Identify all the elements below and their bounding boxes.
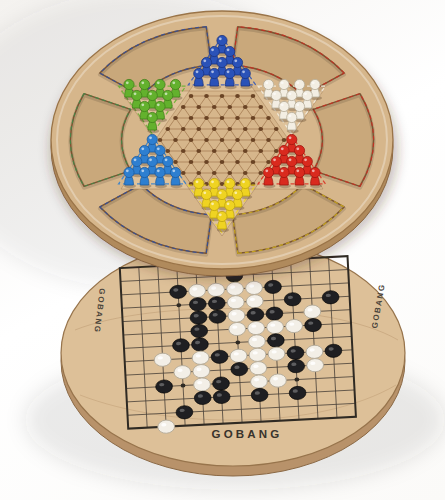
- stone-white[interactable]: [227, 295, 244, 309]
- stone-white[interactable]: [246, 294, 263, 308]
- board-hole[interactable]: [227, 105, 232, 109]
- board-hole[interactable]: [282, 138, 287, 142]
- peg-head: [217, 35, 227, 45]
- game-set-illustration: GOBANG GOBANG GOBANG: [0, 0, 445, 500]
- board-hole[interactable]: [189, 160, 194, 164]
- board-hole[interactable]: [212, 127, 217, 131]
- board-hole[interactable]: [266, 138, 271, 142]
- peg-head: [155, 167, 165, 177]
- peg-head: [209, 46, 219, 56]
- stone-white[interactable]: [154, 353, 171, 367]
- peg-highlight: [219, 191, 222, 194]
- peg-highlight: [141, 147, 144, 150]
- peg-head: [132, 156, 142, 166]
- board-hole[interactable]: [266, 116, 271, 120]
- board-hole[interactable]: [212, 149, 217, 153]
- peg-highlight: [126, 169, 129, 172]
- board-hole[interactable]: [251, 160, 256, 164]
- board-hole[interactable]: [243, 127, 248, 131]
- peg-highlight: [196, 180, 199, 183]
- peg-head: [163, 90, 173, 100]
- peg-head: [147, 90, 157, 100]
- peg-highlight: [296, 169, 299, 172]
- board-hole[interactable]: [212, 105, 217, 109]
- peg-head: [240, 68, 250, 78]
- peg-highlight: [281, 81, 284, 84]
- board-hole[interactable]: [235, 94, 240, 98]
- peg-head: [155, 145, 165, 155]
- peg-highlight: [203, 59, 206, 62]
- gobang-label-bottom: GOBANG: [212, 428, 283, 440]
- stone-white[interactable]: [268, 347, 285, 361]
- peg-highlight: [134, 92, 137, 95]
- peg-head: [209, 178, 219, 188]
- peg-head: [287, 90, 297, 100]
- stone-white[interactable]: [230, 349, 247, 363]
- peg-head: [124, 79, 134, 89]
- peg-head: [279, 167, 289, 177]
- peg-highlight: [219, 37, 222, 40]
- board-hole[interactable]: [274, 149, 279, 153]
- board-hole[interactable]: [173, 116, 178, 120]
- board-hole[interactable]: [196, 105, 201, 109]
- peg-head: [139, 101, 149, 111]
- peg-highlight: [172, 169, 175, 172]
- peg-head: [294, 167, 304, 177]
- stone-white[interactable]: [207, 283, 224, 297]
- board-hole[interactable]: [158, 138, 163, 142]
- board-hole[interactable]: [204, 94, 209, 98]
- board-hole[interactable]: [165, 149, 170, 153]
- board-hole[interactable]: [243, 149, 248, 153]
- peg-highlight: [149, 136, 152, 139]
- peg-highlight: [296, 103, 299, 106]
- peg-highlight: [165, 158, 168, 161]
- peg-highlight: [157, 169, 160, 172]
- stone-white[interactable]: [306, 345, 323, 359]
- peg-highlight: [172, 81, 175, 84]
- stone-white[interactable]: [226, 282, 243, 296]
- peg-head: [139, 79, 149, 89]
- peg-highlight: [281, 169, 284, 172]
- peg-head: [302, 156, 312, 166]
- peg-head: [132, 90, 142, 100]
- board-hole[interactable]: [189, 116, 194, 120]
- peg-head: [217, 211, 227, 221]
- peg-highlight: [134, 158, 137, 161]
- stone-white[interactable]: [188, 284, 205, 298]
- board-hole[interactable]: [196, 149, 201, 153]
- board-hole[interactable]: [196, 171, 201, 175]
- peg-head: [287, 112, 297, 122]
- peg-highlight: [227, 48, 230, 51]
- stone-white[interactable]: [304, 305, 321, 319]
- peg-head: [139, 167, 149, 177]
- peg-highlight: [265, 169, 268, 172]
- peg-highlight: [273, 92, 276, 95]
- peg-highlight: [149, 158, 152, 161]
- peg-highlight: [211, 70, 214, 73]
- peg-head: [163, 156, 173, 166]
- peg-head: [201, 57, 211, 67]
- stone-white[interactable]: [306, 358, 323, 372]
- peg-head: [271, 156, 281, 166]
- board-hole[interactable]: [204, 160, 209, 164]
- board-hole[interactable]: [220, 116, 225, 120]
- stone-white[interactable]: [228, 309, 245, 323]
- board-hole[interactable]: [227, 127, 232, 131]
- peg-highlight: [157, 81, 160, 84]
- peg-head: [225, 200, 235, 210]
- peg-highlight: [141, 81, 144, 84]
- peg-highlight: [281, 147, 284, 150]
- peg-highlight: [304, 158, 307, 161]
- peg-highlight: [126, 81, 129, 84]
- peg-highlight: [234, 59, 237, 62]
- peg-head: [194, 68, 204, 78]
- peg-head: [155, 101, 165, 111]
- stone-white[interactable]: [245, 281, 262, 295]
- peg-head: [263, 167, 273, 177]
- board-hole[interactable]: [189, 138, 194, 142]
- board-hole[interactable]: [204, 138, 209, 142]
- stone-white[interactable]: [266, 320, 283, 334]
- peg-head: [124, 167, 134, 177]
- peg-head: [225, 46, 235, 56]
- peg-highlight: [227, 180, 230, 183]
- board-hole[interactable]: [251, 116, 256, 120]
- peg-head: [287, 134, 297, 144]
- peg-highlight: [304, 92, 307, 95]
- peg-highlight: [289, 158, 292, 161]
- stone-white[interactable]: [193, 378, 210, 392]
- peg-head: [217, 189, 227, 199]
- stone-white[interactable]: [174, 365, 191, 379]
- stone-white[interactable]: [285, 319, 302, 333]
- peg-head: [232, 57, 242, 67]
- peg-highlight: [312, 169, 315, 172]
- board-hole[interactable]: [181, 171, 186, 175]
- board-hole[interactable]: [181, 105, 186, 109]
- peg-head: [287, 156, 297, 166]
- stone-white[interactable]: [250, 375, 267, 389]
- peg-head: [201, 189, 211, 199]
- peg-head: [225, 68, 235, 78]
- peg-head: [139, 145, 149, 155]
- peg-highlight: [227, 202, 230, 205]
- peg-head: [232, 189, 242, 199]
- board-hole[interactable]: [235, 160, 240, 164]
- peg-head: [271, 90, 281, 100]
- peg-highlight: [149, 92, 152, 95]
- peg-head: [263, 79, 273, 89]
- peg-highlight: [289, 92, 292, 95]
- peg-head: [147, 112, 157, 122]
- board-hole[interactable]: [220, 138, 225, 142]
- board-hole[interactable]: [258, 127, 263, 131]
- peg-head: [279, 79, 289, 89]
- peg-highlight: [234, 191, 237, 194]
- peg-highlight: [196, 70, 199, 73]
- stone-white[interactable]: [228, 322, 245, 336]
- board-hole[interactable]: [189, 94, 194, 98]
- board-hole[interactable]: [258, 171, 263, 175]
- peg-head: [240, 178, 250, 188]
- board-hole[interactable]: [181, 149, 186, 153]
- peg-head: [225, 178, 235, 188]
- board-hole[interactable]: [204, 116, 209, 120]
- stone-white[interactable]: [193, 364, 210, 378]
- peg-highlight: [273, 158, 276, 161]
- stone-white[interactable]: [269, 374, 286, 388]
- peg-highlight: [289, 136, 292, 139]
- stone-white[interactable]: [192, 351, 209, 365]
- stone-white[interactable]: [247, 321, 264, 335]
- board-hole[interactable]: [258, 105, 263, 109]
- board-hole[interactable]: [220, 94, 225, 98]
- peg-highlight: [242, 70, 245, 73]
- peg-head: [209, 200, 219, 210]
- board-hole[interactable]: [274, 127, 279, 131]
- board-hole[interactable]: [212, 171, 217, 175]
- peg-head: [279, 101, 289, 111]
- peg-head: [310, 167, 320, 177]
- board-hole[interactable]: [251, 138, 256, 142]
- peg-highlight: [211, 202, 214, 205]
- peg-highlight: [211, 48, 214, 51]
- peg-highlight: [265, 81, 268, 84]
- peg-head: [294, 145, 304, 155]
- board-hole[interactable]: [227, 171, 232, 175]
- peg-head: [170, 79, 180, 89]
- board-hole[interactable]: [196, 127, 201, 131]
- board-hole[interactable]: [266, 160, 271, 164]
- peg-highlight: [312, 81, 315, 84]
- board-hole[interactable]: [235, 116, 240, 120]
- peg-highlight: [219, 59, 222, 62]
- board-hole[interactable]: [227, 149, 232, 153]
- board-hole[interactable]: [243, 171, 248, 175]
- board-hole[interactable]: [181, 127, 186, 131]
- peg-highlight: [296, 81, 299, 84]
- peg-highlight: [219, 213, 222, 216]
- peg-head: [302, 90, 312, 100]
- peg-head: [294, 79, 304, 89]
- peg-highlight: [211, 180, 214, 183]
- chinese-checkers-board: [51, 11, 393, 276]
- peg-highlight: [157, 147, 160, 150]
- peg-highlight: [227, 70, 230, 73]
- peg-head: [155, 79, 165, 89]
- peg-highlight: [141, 103, 144, 106]
- board-hole[interactable]: [173, 160, 178, 164]
- stone-white[interactable]: [157, 420, 174, 434]
- peg-head: [147, 156, 157, 166]
- peg-highlight: [203, 191, 206, 194]
- peg-highlight: [149, 114, 152, 117]
- stone-white[interactable]: [249, 348, 266, 362]
- peg-highlight: [141, 169, 144, 172]
- board-hole[interactable]: [220, 160, 225, 164]
- stone-white[interactable]: [250, 361, 267, 375]
- board-hole[interactable]: [165, 127, 170, 131]
- peg-highlight: [281, 103, 284, 106]
- board-hole[interactable]: [173, 138, 178, 142]
- peg-head: [147, 134, 157, 144]
- peg-highlight: [242, 180, 245, 183]
- product-photo-stage: GOBANG GOBANG GOBANG: [0, 0, 445, 500]
- peg-highlight: [296, 147, 299, 150]
- peg-highlight: [165, 92, 168, 95]
- board-hole[interactable]: [243, 105, 248, 109]
- peg-head: [279, 145, 289, 155]
- board-hole[interactable]: [251, 94, 256, 98]
- board-hole[interactable]: [258, 149, 263, 153]
- peg-head: [170, 167, 180, 177]
- peg-highlight: [157, 103, 160, 106]
- peg-highlight: [289, 114, 292, 117]
- peg-head: [294, 101, 304, 111]
- board-hole[interactable]: [235, 138, 240, 142]
- peg-head: [310, 79, 320, 89]
- peg-head: [209, 68, 219, 78]
- peg-head: [217, 57, 227, 67]
- peg-head: [194, 178, 204, 188]
- stone-white[interactable]: [248, 334, 265, 348]
